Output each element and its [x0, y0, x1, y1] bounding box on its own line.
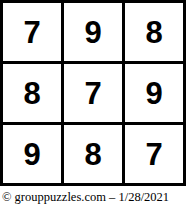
cell-r2c3: 9 [125, 64, 183, 122]
cell-r1c1: 7 [3, 3, 61, 61]
cell-r3c1: 9 [3, 125, 61, 183]
cell-r3c3: 7 [125, 125, 183, 183]
cell-r2c2: 7 [64, 64, 122, 122]
cell-r1c2: 9 [64, 3, 122, 61]
cell-r3c2: 8 [64, 125, 122, 183]
footer: © grouppuzzles.com – 1/28/2021 [0, 186, 186, 208]
puzzle-grid: 7 9 8 8 7 9 9 8 7 [0, 0, 186, 186]
copyright-credit: © grouppuzzles.com – 1/28/2021 [2, 190, 169, 205]
cell-r2c1: 8 [3, 64, 61, 122]
cell-r1c3: 8 [125, 3, 183, 61]
